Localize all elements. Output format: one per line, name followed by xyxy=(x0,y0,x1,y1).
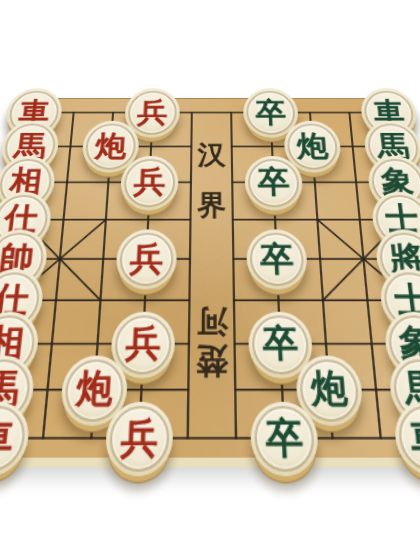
river-label-han-1: 汉 xyxy=(190,142,232,168)
piece-green-soldier[interactable]: 卒 xyxy=(245,229,308,289)
piece-green-soldier[interactable]: 卒 xyxy=(249,402,319,476)
river-label-han-2: 界 xyxy=(189,191,232,219)
piece-red-soldier[interactable]: 兵 xyxy=(114,229,176,289)
piece-glyph: 卒 xyxy=(249,402,319,476)
piece-glyph: 卒 xyxy=(245,229,308,289)
river-label-chu-1: 河 xyxy=(188,306,235,338)
piece-glyph: 車 xyxy=(391,402,420,476)
piece-glyph: 卒 xyxy=(244,155,303,209)
piece-glyph: 兵 xyxy=(119,155,178,209)
piece-red-soldier[interactable]: 兵 xyxy=(119,155,178,209)
piece-red-soldier[interactable]: 兵 xyxy=(103,402,173,476)
piece-green-soldier[interactable]: 卒 xyxy=(244,155,303,209)
piece-glyph: 兵 xyxy=(114,229,176,289)
river-label-chu-2: 楚 xyxy=(187,344,235,378)
piece-glyph: 兵 xyxy=(103,402,173,476)
piece-glyph: 車 xyxy=(0,402,31,476)
xiangqi-board-mat: 汉 界 河 楚 車兵卒車馬炮炮馬相兵卒象仕士帥兵卒將仕士相兵卒象馬炮炮馬車兵卒車 xyxy=(0,98,420,461)
photo-frame: 汉 界 河 楚 車兵卒車馬炮炮馬相兵卒象仕士帥兵卒將仕士相兵卒象馬炮炮馬車兵卒車 xyxy=(0,0,420,560)
board-scene: 汉 界 河 楚 車兵卒車馬炮炮馬相兵卒象仕士帥兵卒將仕士相兵卒象馬炮炮馬車兵卒車 xyxy=(0,98,420,560)
piece-green-chariot[interactable]: 車 xyxy=(391,402,420,476)
piece-red-chariot[interactable]: 車 xyxy=(0,402,31,476)
